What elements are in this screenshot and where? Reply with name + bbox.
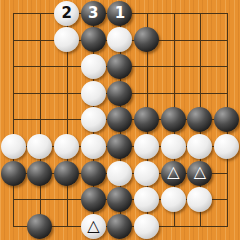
black-stone: [214, 107, 239, 132]
board-point: [107, 80, 134, 107]
board-point: [133, 187, 160, 214]
board-point: [187, 133, 214, 160]
board-point: [80, 53, 107, 80]
board-point[interactable]: [27, 80, 54, 107]
board-point: [80, 107, 107, 134]
white-stone: [1, 134, 26, 159]
white-stone: [134, 187, 159, 212]
triangle-mark: △: [194, 164, 206, 180]
board-point[interactable]: [0, 107, 27, 134]
board-point: [107, 107, 134, 134]
white-stone: [27, 134, 52, 159]
board-point: [187, 107, 214, 134]
board-point[interactable]: [27, 107, 54, 134]
board-point[interactable]: [0, 187, 27, 214]
board-point: [160, 107, 187, 134]
board-point[interactable]: [160, 53, 187, 80]
white-stone: [81, 107, 106, 132]
go-board: 231△△△: [0, 0, 240, 240]
black-stone: 1: [107, 1, 132, 26]
board-point: 3: [80, 0, 107, 27]
board-point[interactable]: [187, 53, 214, 80]
board-point[interactable]: [53, 53, 80, 80]
board-point: [0, 160, 27, 187]
board-point: [27, 160, 54, 187]
board-point[interactable]: [133, 53, 160, 80]
board-point: [80, 160, 107, 187]
black-stone: [107, 107, 132, 132]
move-number-label: 2: [61, 5, 71, 20]
black-stone: 3: [81, 1, 106, 26]
board-point: [213, 107, 240, 134]
board-point: [53, 27, 80, 54]
board-point: [160, 133, 187, 160]
board-point[interactable]: [53, 213, 80, 240]
board-point: [107, 160, 134, 187]
board-point: [107, 27, 134, 54]
board-point: 2: [53, 0, 80, 27]
board-point: [27, 213, 54, 240]
board-point: [107, 213, 134, 240]
board-point[interactable]: [133, 80, 160, 107]
board-point: [80, 187, 107, 214]
board-point: [80, 133, 107, 160]
board-point[interactable]: [213, 213, 240, 240]
board-point: [133, 107, 160, 134]
black-stone: [1, 161, 26, 186]
board-point[interactable]: [213, 27, 240, 54]
board-point: [133, 160, 160, 187]
board-point: [107, 133, 134, 160]
black-stone: [107, 54, 132, 79]
black-stone: [134, 107, 159, 132]
white-stone: [134, 161, 159, 186]
white-stone: [214, 134, 239, 159]
board-point[interactable]: [27, 53, 54, 80]
board-point: △: [80, 213, 107, 240]
black-stone: [187, 107, 212, 132]
board-point: [53, 160, 80, 187]
board-point[interactable]: [0, 0, 27, 27]
board-point: 1: [107, 0, 134, 27]
board-point: [160, 187, 187, 214]
board-point[interactable]: [187, 80, 214, 107]
black-stone: [107, 187, 132, 212]
white-stone: [107, 161, 132, 186]
white-stone: [81, 134, 106, 159]
black-stone: [134, 27, 159, 52]
board-point[interactable]: [187, 27, 214, 54]
white-stone: [134, 134, 159, 159]
white-stone: [54, 134, 79, 159]
board-point[interactable]: [27, 187, 54, 214]
white-stone: [81, 81, 106, 106]
black-stone: [27, 214, 52, 239]
board-point[interactable]: [0, 27, 27, 54]
black-stone: △: [187, 161, 212, 186]
board-point[interactable]: [213, 187, 240, 214]
triangle-mark: △: [167, 164, 179, 180]
white-stone: [187, 134, 212, 159]
board-point: [27, 133, 54, 160]
board-intersections: 231△△△: [0, 0, 240, 240]
board-point: [133, 133, 160, 160]
board-point: [53, 133, 80, 160]
white-stone: 2: [54, 1, 79, 26]
board-point[interactable]: [53, 107, 80, 134]
white-stone: [161, 187, 186, 212]
black-stone: [107, 134, 132, 159]
board-point: [133, 27, 160, 54]
black-stone: [81, 161, 106, 186]
board-point[interactable]: [160, 213, 187, 240]
board-point: [187, 187, 214, 214]
white-stone: [54, 27, 79, 52]
board-point: △: [160, 160, 187, 187]
black-stone: △: [161, 161, 186, 186]
board-point[interactable]: [213, 0, 240, 27]
board-point[interactable]: [187, 0, 214, 27]
white-stone: [187, 187, 212, 212]
board-point[interactable]: [160, 27, 187, 54]
board-point: [80, 27, 107, 54]
black-stone: [27, 161, 52, 186]
white-stone: △: [81, 214, 106, 239]
black-stone: [81, 27, 106, 52]
board-point[interactable]: [53, 80, 80, 107]
board-point[interactable]: [213, 80, 240, 107]
black-stone: [54, 161, 79, 186]
board-point: [107, 187, 134, 214]
black-stone: [107, 81, 132, 106]
board-point[interactable]: [53, 187, 80, 214]
board-point: [213, 133, 240, 160]
board-point[interactable]: [27, 0, 54, 27]
triangle-mark: △: [87, 218, 99, 234]
board-point[interactable]: [213, 160, 240, 187]
board-point: △: [187, 160, 214, 187]
board-point: [0, 133, 27, 160]
board-point[interactable]: [213, 53, 240, 80]
black-stone: [161, 107, 186, 132]
board-point[interactable]: [0, 213, 27, 240]
board-point[interactable]: [160, 80, 187, 107]
board-point[interactable]: [0, 53, 27, 80]
move-number-label: 1: [115, 5, 125, 20]
black-stone: [107, 214, 132, 239]
board-point[interactable]: [160, 0, 187, 27]
board-point: [133, 213, 160, 240]
board-point[interactable]: [187, 213, 214, 240]
black-stone: [81, 187, 106, 212]
white-stone: [161, 134, 186, 159]
white-stone: [134, 214, 159, 239]
board-point[interactable]: [27, 27, 54, 54]
move-number-label: 3: [88, 5, 98, 20]
board-point: [80, 80, 107, 107]
board-point: [107, 53, 134, 80]
white-stone: [81, 54, 106, 79]
white-stone: [107, 27, 132, 52]
board-point[interactable]: [0, 80, 27, 107]
board-point[interactable]: [133, 0, 160, 27]
